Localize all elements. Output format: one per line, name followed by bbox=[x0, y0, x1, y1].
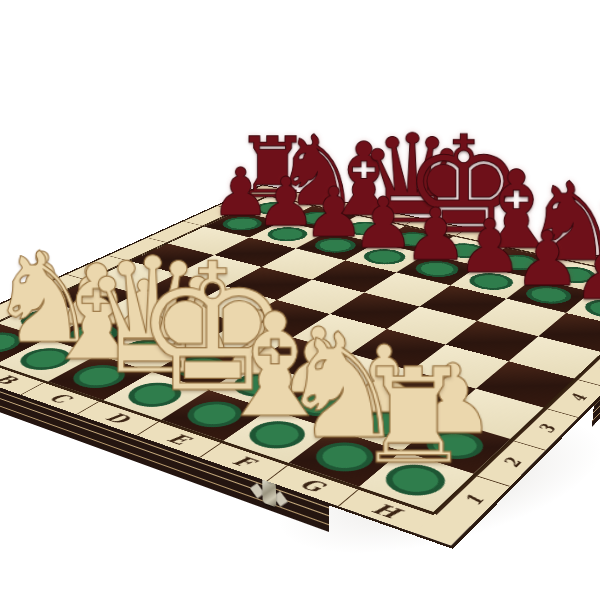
square-h6[interactable] bbox=[538, 313, 600, 352]
chess-board: ♜♞♝♛♚♝♞♜♟♟♟♟♟♟♟♟♟♟♟♟♟♟♟♟♜♞♝♛♚♝♞♜ 8765432… bbox=[0, 185, 600, 545]
piece-red-pawn-g7[interactable]: ♟ bbox=[513, 221, 581, 297]
piece-white-rook-h1[interactable]: ♜ bbox=[354, 351, 472, 483]
piece-red-pawn-h7[interactable]: ♟ bbox=[572, 233, 600, 311]
scene: ♜♞♝♛♚♝♞♜♟♟♟♟♟♟♟♟♟♟♟♟♟♟♟♟♜♞♝♛♚♝♞♜ 8765432… bbox=[0, 0, 600, 600]
